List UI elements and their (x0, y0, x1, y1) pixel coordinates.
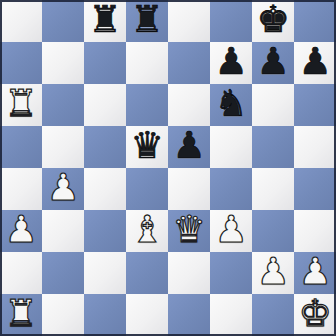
square-h6[interactable] (294, 84, 336, 126)
square-c5[interactable] (84, 126, 126, 168)
square-c8[interactable]: ♜ (84, 0, 126, 42)
square-a1[interactable]: ♜ (0, 294, 42, 336)
square-d3[interactable]: ♝ (126, 210, 168, 252)
square-c6[interactable] (84, 84, 126, 126)
piece-black-pawn[interactable]: ♟ (256, 42, 289, 83)
piece-black-queen[interactable]: ♛ (130, 126, 163, 167)
piece-white-pawn[interactable]: ♟ (46, 168, 79, 209)
square-c2[interactable] (84, 252, 126, 294)
square-g8[interactable]: ♚ (252, 0, 294, 42)
square-c3[interactable] (84, 210, 126, 252)
square-c7[interactable] (84, 42, 126, 84)
square-a8[interactable] (0, 0, 42, 42)
square-g6[interactable] (252, 84, 294, 126)
square-d7[interactable] (126, 42, 168, 84)
square-g7[interactable]: ♟ (252, 42, 294, 84)
square-g5[interactable] (252, 126, 294, 168)
square-d2[interactable] (126, 252, 168, 294)
square-a3[interactable]: ♟ (0, 210, 42, 252)
square-f6[interactable]: ♞ (210, 84, 252, 126)
square-h1[interactable]: ♚ (294, 294, 336, 336)
square-a6[interactable]: ♜ (0, 84, 42, 126)
square-e3[interactable]: ♛ (168, 210, 210, 252)
piece-white-pawn[interactable]: ♟ (298, 252, 331, 293)
square-g3[interactable] (252, 210, 294, 252)
square-e1[interactable] (168, 294, 210, 336)
square-b1[interactable] (42, 294, 84, 336)
square-a2[interactable] (0, 252, 42, 294)
square-f5[interactable] (210, 126, 252, 168)
square-h8[interactable] (294, 0, 336, 42)
square-d4[interactable] (126, 168, 168, 210)
piece-white-rook[interactable]: ♜ (4, 294, 37, 335)
square-b4[interactable]: ♟ (42, 168, 84, 210)
square-h3[interactable] (294, 210, 336, 252)
square-b3[interactable] (42, 210, 84, 252)
piece-black-king[interactable]: ♚ (256, 0, 289, 41)
piece-black-rook[interactable]: ♜ (130, 0, 163, 41)
piece-black-rook[interactable]: ♜ (88, 0, 121, 41)
piece-white-pawn[interactable]: ♟ (256, 252, 289, 293)
square-e7[interactable] (168, 42, 210, 84)
square-d1[interactable] (126, 294, 168, 336)
board-frame: ♜♜♚♟♟♟♜♞♛♟♟♟♝♛♟♟♟♜♚ (0, 0, 336, 336)
piece-white-pawn[interactable]: ♟ (4, 210, 37, 251)
square-h5[interactable] (294, 126, 336, 168)
square-a4[interactable] (0, 168, 42, 210)
square-e6[interactable] (168, 84, 210, 126)
piece-white-king[interactable]: ♚ (298, 294, 331, 335)
square-a7[interactable] (0, 42, 42, 84)
square-h7[interactable]: ♟ (294, 42, 336, 84)
square-e4[interactable] (168, 168, 210, 210)
square-b7[interactable] (42, 42, 84, 84)
square-b2[interactable] (42, 252, 84, 294)
piece-white-rook[interactable]: ♜ (4, 84, 37, 125)
piece-black-knight[interactable]: ♞ (214, 84, 247, 125)
square-b8[interactable] (42, 0, 84, 42)
square-c4[interactable] (84, 168, 126, 210)
piece-black-pawn[interactable]: ♟ (214, 42, 247, 83)
square-c1[interactable] (84, 294, 126, 336)
square-g1[interactable] (252, 294, 294, 336)
piece-white-queen[interactable]: ♛ (172, 210, 205, 251)
square-a5[interactable] (0, 126, 42, 168)
square-f7[interactable]: ♟ (210, 42, 252, 84)
piece-white-pawn[interactable]: ♟ (214, 210, 247, 251)
square-h4[interactable] (294, 168, 336, 210)
square-b5[interactable] (42, 126, 84, 168)
square-e8[interactable] (168, 0, 210, 42)
square-f2[interactable] (210, 252, 252, 294)
square-f8[interactable] (210, 0, 252, 42)
square-d6[interactable] (126, 84, 168, 126)
piece-white-bishop[interactable]: ♝ (130, 210, 163, 251)
square-e2[interactable] (168, 252, 210, 294)
square-d5[interactable]: ♛ (126, 126, 168, 168)
piece-black-pawn[interactable]: ♟ (172, 126, 205, 167)
square-g4[interactable] (252, 168, 294, 210)
square-e5[interactable]: ♟ (168, 126, 210, 168)
square-d8[interactable]: ♜ (126, 0, 168, 42)
square-f3[interactable]: ♟ (210, 210, 252, 252)
square-g2[interactable]: ♟ (252, 252, 294, 294)
square-b6[interactable] (42, 84, 84, 126)
square-f1[interactable] (210, 294, 252, 336)
square-f4[interactable] (210, 168, 252, 210)
chess-board: ♜♜♚♟♟♟♜♞♛♟♟♟♝♛♟♟♟♜♚ (0, 0, 336, 336)
square-h2[interactable]: ♟ (294, 252, 336, 294)
piece-black-pawn[interactable]: ♟ (298, 42, 331, 83)
